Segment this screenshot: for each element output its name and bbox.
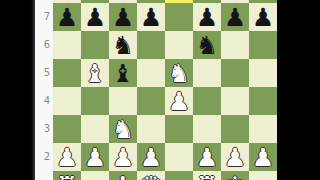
square-g6[interactable] [221, 31, 249, 59]
square-d3[interactable] [137, 115, 165, 143]
square-e6[interactable] [165, 31, 193, 59]
square-b6[interactable] [81, 31, 109, 59]
square-d7[interactable]: ♟ [137, 3, 165, 31]
square-b2[interactable]: ♟ [81, 143, 109, 171]
square-f5[interactable] [193, 59, 221, 87]
board: ♜♝♛♚♜♟♟♟♟♟♟♟♞♞♝♝♞♟♞♟♟♟♟♟♟♟♜♝♛♜♚ [53, 0, 277, 180]
rank-label-4: 4 [36, 87, 50, 115]
square-h4[interactable] [249, 87, 277, 115]
square-e2[interactable] [165, 143, 193, 171]
rank-label-6: 6 [36, 31, 50, 59]
rank-label-7: 7 [36, 3, 50, 31]
piece-white-knight-e5[interactable]: ♞ [165, 59, 193, 87]
square-g5[interactable] [221, 59, 249, 87]
square-b5[interactable]: ♝ [81, 59, 109, 87]
piece-white-rook-a1[interactable]: ♜ [53, 171, 81, 180]
square-g2[interactable]: ♟ [221, 143, 249, 171]
square-g3[interactable] [221, 115, 249, 143]
piece-white-bishop-b5[interactable]: ♝ [81, 59, 109, 87]
square-a2[interactable]: ♟ [53, 143, 81, 171]
piece-white-knight-c3[interactable]: ♞ [109, 115, 137, 143]
square-h5[interactable] [249, 59, 277, 87]
piece-black-knight-c6[interactable]: ♞ [109, 31, 137, 59]
square-h1[interactable] [249, 171, 277, 180]
square-b4[interactable] [81, 87, 109, 115]
piece-white-bishop-c1[interactable]: ♝ [109, 171, 137, 180]
square-c1[interactable]: ♝ [109, 171, 137, 180]
square-f6[interactable]: ♞ [193, 31, 221, 59]
square-d2[interactable]: ♟ [137, 143, 165, 171]
piece-white-pawn-f2[interactable]: ♟ [193, 143, 221, 171]
square-c6[interactable]: ♞ [109, 31, 137, 59]
piece-white-pawn-b2[interactable]: ♟ [81, 143, 109, 171]
piece-white-pawn-d2[interactable]: ♟ [137, 143, 165, 171]
square-a5[interactable] [53, 59, 81, 87]
square-c2[interactable]: ♟ [109, 143, 137, 171]
square-b7[interactable]: ♟ [81, 3, 109, 31]
square-f4[interactable] [193, 87, 221, 115]
piece-black-pawn-b7[interactable]: ♟ [81, 3, 109, 31]
square-c3[interactable]: ♞ [109, 115, 137, 143]
square-b3[interactable] [81, 115, 109, 143]
piece-white-rook-f1[interactable]: ♜ [193, 171, 221, 180]
square-d5[interactable] [137, 59, 165, 87]
square-a3[interactable] [53, 115, 81, 143]
square-f3[interactable] [193, 115, 221, 143]
square-c7[interactable]: ♟ [109, 3, 137, 31]
rank-labels: 7654321 [35, 0, 53, 180]
square-f7[interactable]: ♟ [193, 3, 221, 31]
piece-black-pawn-h7[interactable]: ♟ [249, 3, 277, 31]
square-e4[interactable]: ♟ [165, 87, 193, 115]
square-g7[interactable]: ♟ [221, 3, 249, 31]
square-g1[interactable]: ♚ [221, 171, 249, 180]
square-a6[interactable] [53, 31, 81, 59]
letterbox-left [0, 0, 35, 180]
piece-white-pawn-a2[interactable]: ♟ [53, 143, 81, 171]
piece-white-pawn-g2[interactable]: ♟ [221, 143, 249, 171]
piece-black-knight-f6[interactable]: ♞ [193, 31, 221, 59]
piece-white-king-g1[interactable]: ♚ [221, 171, 249, 180]
square-d6[interactable] [137, 31, 165, 59]
square-f1[interactable]: ♜ [193, 171, 221, 180]
square-b1[interactable] [81, 171, 109, 180]
square-a7[interactable]: ♟ [53, 3, 81, 31]
piece-black-pawn-d7[interactable]: ♟ [137, 3, 165, 31]
piece-white-pawn-h2[interactable]: ♟ [249, 143, 277, 171]
square-c5[interactable]: ♝ [109, 59, 137, 87]
square-h2[interactable]: ♟ [249, 143, 277, 171]
piece-black-pawn-g7[interactable]: ♟ [221, 3, 249, 31]
square-e7[interactable] [165, 3, 193, 31]
square-e5[interactable]: ♞ [165, 59, 193, 87]
rank-label-2: 2 [36, 143, 50, 171]
piece-white-queen-d1[interactable]: ♛ [137, 171, 165, 180]
piece-black-pawn-f7[interactable]: ♟ [193, 3, 221, 31]
square-h3[interactable] [249, 115, 277, 143]
square-a4[interactable] [53, 87, 81, 115]
piece-black-pawn-c7[interactable]: ♟ [109, 3, 137, 31]
square-h7[interactable]: ♟ [249, 3, 277, 31]
square-d4[interactable] [137, 87, 165, 115]
rank-label-3: 3 [36, 115, 50, 143]
video-frame: 7654321 ♜♝♛♚♜♟♟♟♟♟♟♟♞♞♝♝♞♟♞♟♟♟♟♟♟♟♜♝♛♜♚ [0, 0, 320, 180]
square-e3[interactable] [165, 115, 193, 143]
square-f2[interactable]: ♟ [193, 143, 221, 171]
square-c4[interactable] [109, 87, 137, 115]
piece-white-pawn-e4[interactable]: ♟ [165, 87, 193, 115]
square-h6[interactable] [249, 31, 277, 59]
square-e1[interactable] [165, 171, 193, 180]
rank-label-1: 1 [36, 171, 50, 180]
rank-label-5: 5 [36, 59, 50, 87]
piece-black-bishop-c5[interactable]: ♝ [109, 59, 137, 87]
letterbox-right [277, 0, 320, 180]
square-d1[interactable]: ♛ [137, 171, 165, 180]
square-g4[interactable] [221, 87, 249, 115]
piece-white-pawn-c2[interactable]: ♟ [109, 143, 137, 171]
square-a1[interactable]: ♜ [53, 171, 81, 180]
piece-black-pawn-a7[interactable]: ♟ [53, 3, 81, 31]
